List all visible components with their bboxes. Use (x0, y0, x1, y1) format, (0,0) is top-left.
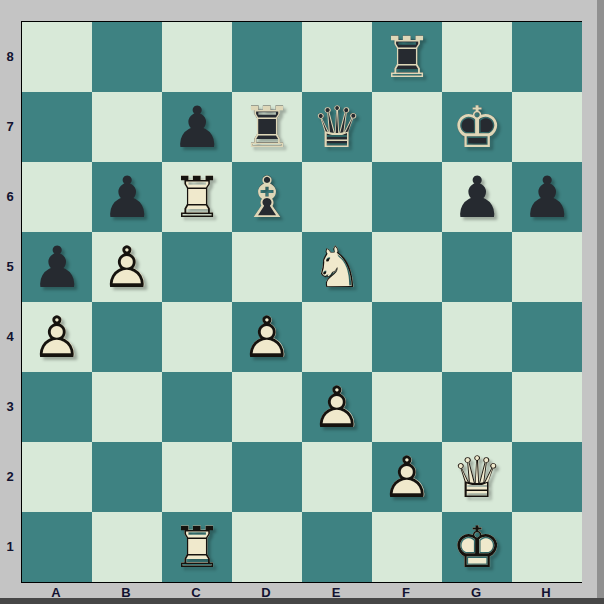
black-pawn-glyph: ♟ (162, 92, 232, 162)
file-label-e: E (301, 584, 371, 600)
square-e3[interactable]: ♟♙ (302, 372, 372, 442)
rank-label-8: 8 (2, 21, 18, 91)
square-b7[interactable] (92, 92, 162, 162)
rank-label-3: 3 (2, 371, 18, 441)
black-bishop[interactable]: ♝♗ (232, 162, 302, 232)
square-f2[interactable]: ♟♙ (372, 442, 442, 512)
white-knight-outline: ♘ (302, 232, 372, 302)
square-a7[interactable] (22, 92, 92, 162)
square-f4[interactable] (372, 302, 442, 372)
rank-label-2: 2 (2, 441, 18, 511)
square-b8[interactable] (92, 22, 162, 92)
white-pawn-outline: ♙ (22, 302, 92, 372)
white-king[interactable]: ♚♔ (442, 512, 512, 582)
board-border: ♜♖♟♜♖♛♕♚♔♟♜♖♝♗♟♟♟♟♙♞♘♟♙♟♙♟♙♟♙♛♕♜♖♚♔ (21, 21, 582, 583)
square-c3[interactable] (162, 372, 232, 442)
square-d5[interactable] (232, 232, 302, 302)
square-g1[interactable]: ♚♔ (442, 512, 512, 582)
square-g4[interactable] (442, 302, 512, 372)
black-pawn-glyph: ♟ (22, 232, 92, 302)
square-d6[interactable]: ♝♗ (232, 162, 302, 232)
square-a5[interactable]: ♟ (22, 232, 92, 302)
square-a6[interactable] (22, 162, 92, 232)
white-pawn-outline: ♙ (372, 442, 442, 512)
black-rook-outline: ♖ (232, 92, 302, 162)
white-pawn[interactable]: ♟♙ (232, 302, 302, 372)
rank-label-5: 5 (2, 231, 18, 301)
square-a4[interactable]: ♟♙ (22, 302, 92, 372)
square-d2[interactable] (232, 442, 302, 512)
white-rook[interactable]: ♜♖ (162, 512, 232, 582)
square-d1[interactable] (232, 512, 302, 582)
square-f7[interactable] (372, 92, 442, 162)
black-pawn[interactable]: ♟ (162, 92, 232, 162)
square-c6[interactable]: ♜♖ (162, 162, 232, 232)
black-queen-outline: ♕ (302, 92, 372, 162)
square-c4[interactable] (162, 302, 232, 372)
white-pawn-outline: ♙ (302, 372, 372, 442)
square-g2[interactable]: ♛♕ (442, 442, 512, 512)
black-pawn[interactable]: ♟ (22, 232, 92, 302)
black-rook[interactable]: ♜♖ (372, 22, 442, 92)
white-rook[interactable]: ♜♖ (162, 162, 232, 232)
square-g5[interactable] (442, 232, 512, 302)
square-b4[interactable] (92, 302, 162, 372)
square-e5[interactable]: ♞♘ (302, 232, 372, 302)
square-d8[interactable] (232, 22, 302, 92)
square-e8[interactable] (302, 22, 372, 92)
square-b1[interactable] (92, 512, 162, 582)
square-h6[interactable]: ♟ (512, 162, 582, 232)
square-f5[interactable] (372, 232, 442, 302)
square-d7[interactable]: ♜♖ (232, 92, 302, 162)
square-g8[interactable] (442, 22, 512, 92)
black-pawn[interactable]: ♟ (92, 162, 162, 232)
black-queen[interactable]: ♛♕ (302, 92, 372, 162)
square-d3[interactable] (232, 372, 302, 442)
white-pawn-outline: ♙ (92, 232, 162, 302)
square-h3[interactable] (512, 372, 582, 442)
white-pawn[interactable]: ♟♙ (22, 302, 92, 372)
white-pawn[interactable]: ♟♙ (302, 372, 372, 442)
white-pawn[interactable]: ♟♙ (372, 442, 442, 512)
square-e6[interactable] (302, 162, 372, 232)
file-label-b: B (91, 584, 161, 600)
white-king-outline: ♔ (442, 512, 512, 582)
square-b5[interactable]: ♟♙ (92, 232, 162, 302)
black-rook-outline: ♖ (372, 22, 442, 92)
black-pawn[interactable]: ♟ (512, 162, 582, 232)
square-a8[interactable] (22, 22, 92, 92)
square-f3[interactable] (372, 372, 442, 442)
white-rook-outline: ♖ (162, 512, 232, 582)
square-c2[interactable] (162, 442, 232, 512)
square-c1[interactable]: ♜♖ (162, 512, 232, 582)
board-frame: ♜♖♟♜♖♛♕♚♔♟♜♖♝♗♟♟♟♟♙♞♘♟♙♟♙♟♙♟♙♛♕♜♖♚♔ 8765… (0, 0, 604, 604)
chess-board: ♜♖♟♜♖♛♕♚♔♟♜♖♝♗♟♟♟♟♙♞♘♟♙♟♙♟♙♟♙♛♕♜♖♚♔ (22, 22, 582, 582)
square-h5[interactable] (512, 232, 582, 302)
file-label-d: D (231, 584, 301, 600)
white-queen-outline: ♕ (442, 442, 512, 512)
square-b3[interactable] (92, 372, 162, 442)
black-king[interactable]: ♚♔ (442, 92, 512, 162)
square-h2[interactable] (512, 442, 582, 512)
black-rook[interactable]: ♜♖ (232, 92, 302, 162)
square-h4[interactable] (512, 302, 582, 372)
file-label-a: A (21, 584, 91, 600)
file-label-h: H (511, 584, 581, 600)
square-g6[interactable]: ♟ (442, 162, 512, 232)
square-c7[interactable]: ♟ (162, 92, 232, 162)
square-c8[interactable] (162, 22, 232, 92)
frame-bevel-right (597, 0, 604, 604)
square-f8[interactable]: ♜♖ (372, 22, 442, 92)
black-pawn-glyph: ♟ (442, 162, 512, 232)
square-e4[interactable] (302, 302, 372, 372)
white-rook-outline: ♖ (162, 162, 232, 232)
square-a2[interactable] (22, 442, 92, 512)
square-b6[interactable]: ♟ (92, 162, 162, 232)
square-c5[interactable] (162, 232, 232, 302)
file-label-g: G (441, 584, 511, 600)
square-a3[interactable] (22, 372, 92, 442)
rank-label-4: 4 (2, 301, 18, 371)
square-f1[interactable] (372, 512, 442, 582)
black-pawn-glyph: ♟ (92, 162, 162, 232)
square-h7[interactable] (512, 92, 582, 162)
white-queen[interactable]: ♛♕ (442, 442, 512, 512)
file-label-c: C (161, 584, 231, 600)
white-knight[interactable]: ♞♘ (302, 232, 372, 302)
square-e7[interactable]: ♛♕ (302, 92, 372, 162)
square-f6[interactable] (372, 162, 442, 232)
square-g3[interactable] (442, 372, 512, 442)
square-h1[interactable] (512, 512, 582, 582)
black-pawn[interactable]: ♟ (442, 162, 512, 232)
square-a1[interactable] (22, 512, 92, 582)
black-king-outline: ♔ (442, 92, 512, 162)
square-b2[interactable] (92, 442, 162, 512)
file-label-f: F (371, 584, 441, 600)
square-h8[interactable] (512, 22, 582, 92)
white-pawn-outline: ♙ (232, 302, 302, 372)
square-d4[interactable]: ♟♙ (232, 302, 302, 372)
rank-label-7: 7 (2, 91, 18, 161)
white-pawn[interactable]: ♟♙ (92, 232, 162, 302)
black-bishop-outline: ♗ (232, 162, 302, 232)
square-e1[interactable] (302, 512, 372, 582)
square-e2[interactable] (302, 442, 372, 512)
black-pawn-glyph: ♟ (512, 162, 582, 232)
rank-label-1: 1 (2, 511, 18, 581)
rank-label-6: 6 (2, 161, 18, 231)
square-g7[interactable]: ♚♔ (442, 92, 512, 162)
